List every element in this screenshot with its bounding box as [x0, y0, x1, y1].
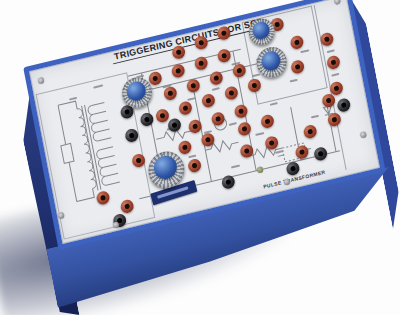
knob-cap	[260, 49, 282, 72]
knob-cap	[125, 79, 147, 102]
scr-trainer-kit: TRIGGERING CIRCUITS FOR SCR PULSE TRANSF…	[23, 0, 397, 307]
knob-cap	[152, 154, 179, 182]
knob-cap	[252, 20, 271, 40]
photo-scene: TRIGGERING CIRCUITS FOR SCR PULSE TRANSF…	[0, 0, 400, 315]
